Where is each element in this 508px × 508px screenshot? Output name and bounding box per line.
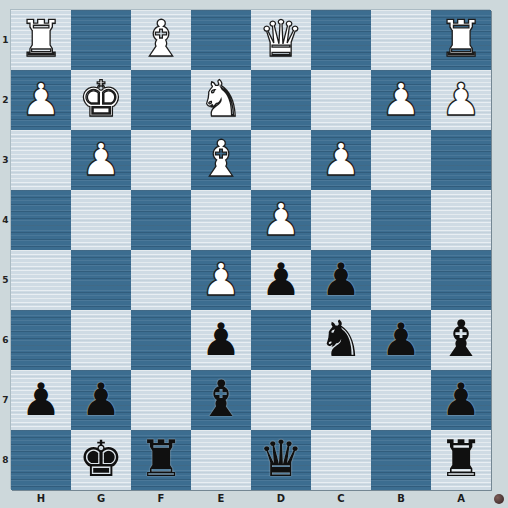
square-g7[interactable]: ♟ [71, 370, 131, 430]
piece-black-pawn[interactable]: ♟ [381, 317, 421, 362]
rank-label-4: 4 [0, 190, 11, 250]
square-b1[interactable] [371, 10, 431, 70]
piece-white-king[interactable]: ♚ [79, 74, 124, 124]
square-f6[interactable] [131, 310, 191, 370]
piece-black-rook[interactable]: ♜ [439, 434, 484, 484]
piece-black-pawn[interactable]: ♟ [201, 317, 241, 362]
piece-white-pawn[interactable]: ♟ [201, 257, 241, 302]
square-g2[interactable]: ♚ [71, 70, 131, 130]
file-label-d: D [251, 490, 311, 506]
square-a5[interactable] [431, 250, 491, 310]
piece-white-rook[interactable]: ♜ [19, 14, 64, 64]
square-d8[interactable]: ♛ [251, 430, 311, 490]
square-g1[interactable] [71, 10, 131, 70]
square-f4[interactable] [131, 190, 191, 250]
square-d2[interactable] [251, 70, 311, 130]
rank-label-8: 8 [0, 430, 11, 490]
square-a8[interactable]: ♜ [431, 430, 491, 490]
square-c1[interactable] [311, 10, 371, 70]
square-b7[interactable] [371, 370, 431, 430]
piece-black-knight[interactable]: ♞ [319, 314, 364, 364]
square-e6[interactable]: ♟ [191, 310, 251, 370]
square-d5[interactable]: ♟ [251, 250, 311, 310]
square-f5[interactable] [131, 250, 191, 310]
file-label-a: A [431, 490, 491, 506]
file-label-b: B [371, 490, 431, 506]
piece-white-pawn[interactable]: ♟ [321, 137, 361, 182]
square-a3[interactable] [431, 130, 491, 190]
square-f7[interactable] [131, 370, 191, 430]
file-label-e: E [191, 490, 251, 506]
square-h3[interactable] [11, 130, 71, 190]
square-g6[interactable] [71, 310, 131, 370]
piece-white-rook[interactable]: ♜ [439, 14, 484, 64]
piece-white-bishop[interactable]: ♝ [139, 14, 184, 64]
square-g4[interactable] [71, 190, 131, 250]
piece-black-pawn[interactable]: ♟ [441, 377, 481, 422]
square-d1[interactable]: ♛ [251, 10, 311, 70]
square-b2[interactable]: ♟ [371, 70, 431, 130]
piece-black-bishop[interactable]: ♝ [439, 314, 484, 364]
square-d7[interactable] [251, 370, 311, 430]
square-d3[interactable] [251, 130, 311, 190]
square-h2[interactable]: ♟ [11, 70, 71, 130]
square-h4[interactable] [11, 190, 71, 250]
piece-white-pawn[interactable]: ♟ [381, 77, 421, 122]
square-a1[interactable]: ♜ [431, 10, 491, 70]
piece-white-pawn[interactable]: ♟ [21, 77, 61, 122]
piece-white-queen[interactable]: ♛ [259, 14, 304, 64]
piece-black-rook[interactable]: ♜ [139, 434, 184, 484]
rank-labels: 12345678 [0, 10, 11, 490]
piece-black-pawn[interactable]: ♟ [261, 257, 301, 302]
square-e3[interactable]: ♝ [191, 130, 251, 190]
square-h7[interactable]: ♟ [11, 370, 71, 430]
square-c5[interactable]: ♟ [311, 250, 371, 310]
square-e2[interactable]: ♞ [191, 70, 251, 130]
file-labels: HGFEDCBA [11, 490, 491, 506]
piece-black-pawn[interactable]: ♟ [21, 377, 61, 422]
rank-label-7: 7 [0, 370, 11, 430]
square-f8[interactable]: ♜ [131, 430, 191, 490]
square-b8[interactable] [371, 430, 431, 490]
piece-black-king[interactable]: ♚ [79, 434, 124, 484]
square-f2[interactable] [131, 70, 191, 130]
piece-black-queen[interactable]: ♛ [259, 434, 304, 484]
side-to-move-indicator [494, 494, 504, 504]
square-h8[interactable] [11, 430, 71, 490]
piece-white-knight[interactable]: ♞ [199, 74, 244, 124]
piece-white-bishop[interactable]: ♝ [199, 134, 244, 184]
piece-black-pawn[interactable]: ♟ [321, 257, 361, 302]
rank-label-3: 3 [0, 130, 11, 190]
square-a6[interactable]: ♝ [431, 310, 491, 370]
square-e1[interactable] [191, 10, 251, 70]
file-label-c: C [311, 490, 371, 506]
square-b6[interactable]: ♟ [371, 310, 431, 370]
rank-label-6: 6 [0, 310, 11, 370]
square-g8[interactable]: ♚ [71, 430, 131, 490]
file-label-h: H [11, 490, 71, 506]
square-h5[interactable] [11, 250, 71, 310]
square-d6[interactable] [251, 310, 311, 370]
square-c8[interactable] [311, 430, 371, 490]
rank-label-1: 1 [0, 10, 11, 70]
rank-label-2: 2 [0, 70, 11, 130]
square-b5[interactable] [371, 250, 431, 310]
square-d4[interactable]: ♟ [251, 190, 311, 250]
file-label-f: F [131, 490, 191, 506]
square-f1[interactable]: ♝ [131, 10, 191, 70]
piece-white-pawn[interactable]: ♟ [81, 137, 121, 182]
rank-label-5: 5 [0, 250, 11, 310]
square-f3[interactable] [131, 130, 191, 190]
square-c2[interactable] [311, 70, 371, 130]
square-b4[interactable] [371, 190, 431, 250]
square-h1[interactable]: ♜ [11, 10, 71, 70]
piece-white-pawn[interactable]: ♟ [261, 197, 301, 242]
square-e4[interactable] [191, 190, 251, 250]
square-h6[interactable] [11, 310, 71, 370]
square-g3[interactable]: ♟ [71, 130, 131, 190]
piece-white-pawn[interactable]: ♟ [441, 77, 481, 122]
piece-black-pawn[interactable]: ♟ [81, 377, 121, 422]
file-label-g: G [71, 490, 131, 506]
square-c4[interactable] [311, 190, 371, 250]
square-a4[interactable] [431, 190, 491, 250]
square-e7[interactable]: ♝ [191, 370, 251, 430]
square-e5[interactable]: ♟ [191, 250, 251, 310]
chess-board-screenshot: 12345678 ♜♝♛♜♟♚♞♟♟♟♝♟♟♟♟♟♟♞♟♝♟♟♝♟♚♜♛♜ HG… [0, 0, 508, 508]
square-a7[interactable]: ♟ [431, 370, 491, 430]
square-c3[interactable]: ♟ [311, 130, 371, 190]
square-e8[interactable] [191, 430, 251, 490]
square-g5[interactable] [71, 250, 131, 310]
square-c7[interactable] [311, 370, 371, 430]
square-c6[interactable]: ♞ [311, 310, 371, 370]
chess-board[interactable]: ♜♝♛♜♟♚♞♟♟♟♝♟♟♟♟♟♟♞♟♝♟♟♝♟♚♜♛♜ [11, 10, 491, 490]
square-b3[interactable] [371, 130, 431, 190]
piece-black-bishop[interactable]: ♝ [199, 374, 244, 424]
square-a2[interactable]: ♟ [431, 70, 491, 130]
